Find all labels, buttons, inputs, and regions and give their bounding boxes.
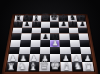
square-f6[interactable] [59,27,69,33]
square-d5[interactable]: ♟ [40,34,50,40]
square-b4[interactable] [20,40,31,47]
square-c4[interactable] [30,40,40,47]
square-f4[interactable] [60,40,70,47]
piece-white-knight[interactable]: ♞ [73,61,82,71]
square-c1[interactable]: ♝ [28,62,39,71]
piece-black-pawn[interactable]: ♟ [70,21,76,28]
piece-black-pawn[interactable]: ♟ [33,21,39,28]
square-d1[interactable]: ♛ [39,62,50,71]
square-c6[interactable] [31,27,41,33]
piece-black-pawn[interactable]: ♟ [79,21,85,28]
board-scene: ♜♞♝♛♚♝♞♜♟♟♟♟♟♟♟♟♟♟♟♟♟♟♟♟♜♞♝♛♚♝♞♜ [1,14,99,74]
wooden-board-frame: ♜♞♝♛♚♝♞♜♟♟♟♟♟♟♟♟♟♟♟♟♟♟♟♟♜♞♝♛♚♝♞♜ [1,14,99,74]
piece-white-rook[interactable]: ♜ [84,62,92,71]
square-h6[interactable] [78,27,88,33]
piece-white-pawn[interactable]: ♟ [52,39,59,47]
square-e1[interactable]: ♚ [50,62,61,71]
square-f7[interactable]: ♟ [59,22,68,28]
piece-black-pawn[interactable]: ♟ [15,21,21,28]
square-f1[interactable]: ♝ [61,62,72,71]
piece-black-queen[interactable]: ♛ [41,13,49,22]
square-e3[interactable] [50,47,60,54]
square-g7[interactable]: ♟ [68,22,78,28]
piece-white-rook[interactable]: ♜ [7,62,15,71]
square-a1[interactable]: ♜ [6,62,18,71]
square-h4[interactable] [79,40,90,47]
piece-black-pawn[interactable]: ♟ [42,33,49,40]
piece-white-knight[interactable]: ♞ [18,61,27,71]
square-b6[interactable] [22,27,32,33]
piece-white-queen[interactable]: ♛ [39,60,49,71]
chess-board: ♜♞♝♛♚♝♞♜♟♟♟♟♟♟♟♟♟♟♟♟♟♟♟♟♜♞♝♛♚♝♞♜ [5,15,95,72]
piece-white-bishop[interactable]: ♝ [62,61,71,71]
square-e8[interactable]: ♚ [50,16,59,22]
square-d8[interactable]: ♛ [41,16,50,22]
piece-white-bishop[interactable]: ♝ [29,61,38,71]
piece-black-pawn[interactable]: ♟ [24,21,30,28]
square-a6[interactable] [12,27,22,33]
piece-black-king[interactable]: ♚ [50,12,59,22]
square-h1[interactable]: ♜ [82,62,94,71]
square-g1[interactable]: ♞ [71,62,83,71]
piece-white-king[interactable]: ♚ [50,60,61,72]
square-b1[interactable]: ♞ [17,62,29,71]
square-e4[interactable]: ♟ [50,40,60,47]
square-d4[interactable] [40,40,50,47]
piece-black-pawn[interactable]: ♟ [61,21,67,28]
chess-app-window: ♜♞♝♛♚♝♞♜♟♟♟♟♟♟♟♟♟♟♟♟♟♟♟♟♜♞♝♛♚♝♞♜ [0,0,100,74]
